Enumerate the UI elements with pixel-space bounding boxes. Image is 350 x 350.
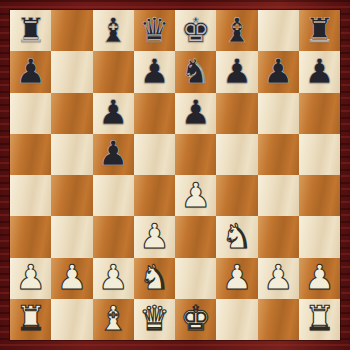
piece-black-queen: ♛ xyxy=(139,13,169,47)
square-g6[interactable] xyxy=(258,93,299,134)
square-a4[interactable] xyxy=(10,175,51,216)
piece-white-pawn: ♟ xyxy=(98,260,128,294)
piece-white-rook: ♜ xyxy=(15,301,45,335)
square-h4[interactable] xyxy=(299,175,340,216)
square-d8[interactable]: ♛ xyxy=(134,10,175,51)
square-h7[interactable]: ♟ xyxy=(299,51,340,92)
piece-black-rook: ♜ xyxy=(15,13,45,47)
square-h2[interactable]: ♟ xyxy=(299,258,340,299)
piece-white-queen: ♛ xyxy=(139,301,169,335)
piece-black-pawn: ♟ xyxy=(180,95,210,129)
square-b4[interactable] xyxy=(51,175,92,216)
square-e5[interactable] xyxy=(175,134,216,175)
piece-white-pawn: ♟ xyxy=(222,260,252,294)
piece-white-pawn: ♟ xyxy=(180,178,210,212)
square-f2[interactable]: ♟ xyxy=(216,258,257,299)
square-g5[interactable] xyxy=(258,134,299,175)
piece-black-pawn: ♟ xyxy=(304,54,334,88)
square-f6[interactable] xyxy=(216,93,257,134)
square-g8[interactable] xyxy=(258,10,299,51)
piece-white-pawn: ♟ xyxy=(304,260,334,294)
square-e6[interactable]: ♟ xyxy=(175,93,216,134)
square-g2[interactable]: ♟ xyxy=(258,258,299,299)
square-f7[interactable]: ♟ xyxy=(216,51,257,92)
square-f5[interactable] xyxy=(216,134,257,175)
piece-black-rook: ♜ xyxy=(304,13,334,47)
square-h3[interactable] xyxy=(299,216,340,257)
square-a7[interactable]: ♟ xyxy=(10,51,51,92)
square-f8[interactable]: ♝ xyxy=(216,10,257,51)
square-c7[interactable] xyxy=(93,51,134,92)
square-h6[interactable] xyxy=(299,93,340,134)
piece-black-king: ♚ xyxy=(180,13,210,47)
square-b6[interactable] xyxy=(51,93,92,134)
square-d7[interactable]: ♟ xyxy=(134,51,175,92)
piece-white-rook: ♜ xyxy=(304,301,334,335)
square-g1[interactable] xyxy=(258,299,299,340)
square-f3[interactable]: ♞ xyxy=(216,216,257,257)
square-b2[interactable]: ♟ xyxy=(51,258,92,299)
piece-black-pawn: ♟ xyxy=(263,54,293,88)
square-b7[interactable] xyxy=(51,51,92,92)
square-b3[interactable] xyxy=(51,216,92,257)
square-g4[interactable] xyxy=(258,175,299,216)
square-c1[interactable]: ♝ xyxy=(93,299,134,340)
square-c4[interactable] xyxy=(93,175,134,216)
square-h8[interactable]: ♜ xyxy=(299,10,340,51)
square-d4[interactable] xyxy=(134,175,175,216)
piece-white-bishop: ♝ xyxy=(98,301,128,335)
square-e7[interactable]: ♞ xyxy=(175,51,216,92)
piece-white-knight: ♞ xyxy=(139,260,169,294)
square-a1[interactable]: ♜ xyxy=(10,299,51,340)
square-b1[interactable] xyxy=(51,299,92,340)
square-d5[interactable] xyxy=(134,134,175,175)
piece-black-pawn: ♟ xyxy=(15,54,45,88)
piece-white-pawn: ♟ xyxy=(57,260,87,294)
piece-white-pawn: ♟ xyxy=(139,219,169,253)
square-e8[interactable]: ♚ xyxy=(175,10,216,51)
square-a2[interactable]: ♟ xyxy=(10,258,51,299)
square-h1[interactable]: ♜ xyxy=(299,299,340,340)
piece-black-pawn: ♟ xyxy=(98,95,128,129)
piece-black-pawn: ♟ xyxy=(139,54,169,88)
piece-white-pawn: ♟ xyxy=(15,260,45,294)
square-c5[interactable]: ♟ xyxy=(93,134,134,175)
square-a8[interactable]: ♜ xyxy=(10,10,51,51)
piece-white-pawn: ♟ xyxy=(263,260,293,294)
square-c3[interactable] xyxy=(93,216,134,257)
piece-black-bishop: ♝ xyxy=(222,13,252,47)
piece-white-king: ♚ xyxy=(180,301,210,335)
piece-white-knight: ♞ xyxy=(222,219,252,253)
piece-black-pawn: ♟ xyxy=(98,136,128,170)
square-g7[interactable]: ♟ xyxy=(258,51,299,92)
square-e1[interactable]: ♚ xyxy=(175,299,216,340)
square-d3[interactable]: ♟ xyxy=(134,216,175,257)
square-a3[interactable] xyxy=(10,216,51,257)
square-e4[interactable]: ♟ xyxy=(175,175,216,216)
piece-black-knight: ♞ xyxy=(180,54,210,88)
square-f4[interactable] xyxy=(216,175,257,216)
square-c8[interactable]: ♝ xyxy=(93,10,134,51)
square-e3[interactable] xyxy=(175,216,216,257)
square-b5[interactable] xyxy=(51,134,92,175)
square-b8[interactable] xyxy=(51,10,92,51)
square-a5[interactable] xyxy=(10,134,51,175)
square-f1[interactable] xyxy=(216,299,257,340)
piece-black-bishop: ♝ xyxy=(98,13,128,47)
square-a6[interactable] xyxy=(10,93,51,134)
square-d6[interactable] xyxy=(134,93,175,134)
square-d2[interactable]: ♞ xyxy=(134,258,175,299)
chess-board: ♜♝♛♚♝♜♟♟♞♟♟♟♟♟♟♟♟♞♟♟♟♞♟♟♟♜♝♛♚♜ xyxy=(10,10,340,340)
piece-black-pawn: ♟ xyxy=(222,54,252,88)
board-frame: ♜♝♛♚♝♜♟♟♞♟♟♟♟♟♟♟♟♞♟♟♟♞♟♟♟♜♝♛♚♜ xyxy=(0,0,350,350)
square-g3[interactable] xyxy=(258,216,299,257)
square-h5[interactable] xyxy=(299,134,340,175)
square-e2[interactable] xyxy=(175,258,216,299)
square-c2[interactable]: ♟ xyxy=(93,258,134,299)
square-d1[interactable]: ♛ xyxy=(134,299,175,340)
square-c6[interactable]: ♟ xyxy=(93,93,134,134)
